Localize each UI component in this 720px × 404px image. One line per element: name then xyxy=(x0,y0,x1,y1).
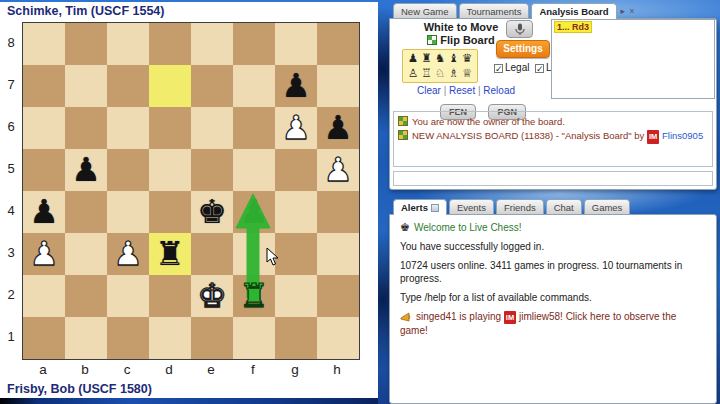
square-a1[interactable] xyxy=(23,317,65,359)
black-rook[interactable]: ♜ xyxy=(149,233,191,275)
white-player-name: Frisby, Bob (USCF 1580) xyxy=(7,382,152,396)
file-labels: abcdefgh xyxy=(22,361,360,379)
square-e3[interactable] xyxy=(191,233,233,275)
link-separator: | xyxy=(444,85,447,96)
command-input[interactable] xyxy=(393,171,713,186)
square-e2[interactable]: ♚ xyxy=(191,275,233,317)
square-h7[interactable] xyxy=(317,65,359,107)
square-h8[interactable] xyxy=(317,23,359,65)
reload-link[interactable]: Reload xyxy=(483,85,515,96)
rank-label-3: 3 xyxy=(2,232,20,274)
move-entry[interactable]: 1... Rd3 xyxy=(554,21,592,33)
rank-label-1: 1 xyxy=(2,316,20,358)
square-h3[interactable] xyxy=(317,233,359,275)
tab-friends[interactable]: Friends xyxy=(496,199,544,214)
analysis-board-window: New Game Tournaments Analysis Board ▸ × … xyxy=(389,2,717,190)
square-f7[interactable] xyxy=(233,65,275,107)
square-d7[interactable] xyxy=(149,65,191,107)
rank-label-7: 7 xyxy=(2,64,20,106)
flip-board-icon xyxy=(427,35,437,45)
login-message: You have successfully logged in. xyxy=(400,240,706,253)
square-a5[interactable] xyxy=(23,149,65,191)
palette-black-row: ♟♜♞♝♛ xyxy=(406,51,474,66)
square-b8[interactable] xyxy=(65,23,107,65)
im-title-badge: IM xyxy=(504,311,516,324)
square-b3[interactable] xyxy=(65,233,107,275)
square-a7[interactable] xyxy=(23,65,65,107)
reset-link[interactable]: Reset xyxy=(449,85,475,96)
white-pawn[interactable]: ♟ xyxy=(317,149,359,191)
white-rook[interactable]: ♜ xyxy=(233,275,275,317)
legal-checkbox[interactable]: ✓ xyxy=(494,64,503,73)
square-c3[interactable]: ♟ xyxy=(107,233,149,275)
microphone-icon xyxy=(515,23,525,36)
piece-palette: ♟♜♞♝♛ ♙♖♘♗♕ xyxy=(402,49,478,83)
square-g5[interactable] xyxy=(275,149,317,191)
help-message: Type /help for a list of available comma… xyxy=(400,291,706,304)
square-h5[interactable]: ♟ xyxy=(317,149,359,191)
tab-chat[interactable]: Chat xyxy=(546,199,582,214)
rank-label-8: 8 xyxy=(2,22,20,64)
square-f5[interactable] xyxy=(233,149,275,191)
taskbar-strip xyxy=(0,398,378,404)
rank-label-6: 6 xyxy=(2,106,20,148)
black-pawn[interactable]: ♟ xyxy=(317,107,359,149)
move-list[interactable]: 1... Rd3 xyxy=(551,19,715,99)
white-pawn[interactable]: ♟ xyxy=(107,233,149,275)
palette-black-piece-2[interactable]: ♞ xyxy=(433,51,447,66)
square-c5[interactable] xyxy=(107,149,149,191)
square-g4[interactable] xyxy=(275,191,317,233)
palette-black-piece-4[interactable]: ♛ xyxy=(460,51,474,66)
file-label-c: c xyxy=(106,361,148,379)
palette-white-piece-3[interactable]: ♗ xyxy=(447,66,461,81)
square-d2[interactable] xyxy=(149,275,191,317)
square-f4[interactable]: ♟ xyxy=(233,191,275,233)
square-f2[interactable]: ♜ xyxy=(233,275,275,317)
rank-labels: 87654321 xyxy=(2,22,20,360)
square-a4[interactable]: ♟ xyxy=(23,191,65,233)
square-b7[interactable] xyxy=(65,65,107,107)
white-king[interactable]: ♚ xyxy=(191,275,233,317)
file-label-e: e xyxy=(190,361,232,379)
file-label-d: d xyxy=(148,361,190,379)
new-board-message: NEW ANALYSIS BOARD (11838) - "Analysis B… xyxy=(398,129,708,144)
square-h6[interactable]: ♟ xyxy=(317,107,359,149)
black-pawn[interactable]: ♟ xyxy=(65,149,107,191)
square-f1[interactable] xyxy=(233,317,275,359)
square-g7[interactable]: ♟ xyxy=(275,65,317,107)
tab-close-icon[interactable]: × xyxy=(629,6,634,16)
rank-label-2: 2 xyxy=(2,274,20,316)
square-c6[interactable] xyxy=(107,107,149,149)
square-e1[interactable] xyxy=(191,317,233,359)
square-d8[interactable] xyxy=(149,23,191,65)
square-d5[interactable] xyxy=(149,149,191,191)
square-d6[interactable] xyxy=(149,107,191,149)
analysis-tab-bar: New Game Tournaments Analysis Board ▸ × xyxy=(389,2,717,18)
black-player-name: Schimke, Tim (USCF 1554) xyxy=(7,4,164,18)
tab-tournaments[interactable]: Tournaments xyxy=(459,3,530,18)
file-label-g: g xyxy=(274,361,316,379)
welcome-message: ♚Welcome to Live Chess! xyxy=(400,221,706,234)
palette-white-piece-4[interactable]: ♕ xyxy=(460,66,474,81)
alerts-tab-bar: Alerts Events Friends Chat Games xyxy=(389,198,717,214)
clear-link[interactable]: Clear xyxy=(417,85,441,96)
tab-alerts[interactable]: Alerts xyxy=(393,199,447,215)
white-pawn[interactable]: ♟ xyxy=(23,233,65,275)
square-b6[interactable] xyxy=(65,107,107,149)
system-messages: You are now the owner of the board. NEW … xyxy=(393,111,713,167)
live-checkbox[interactable]: ✓ xyxy=(535,64,544,73)
square-f3[interactable] xyxy=(233,233,275,275)
square-e4[interactable]: ♚ xyxy=(191,191,233,233)
megaphone-icon xyxy=(400,310,413,322)
square-d3[interactable]: ♜ xyxy=(149,233,191,275)
microphone-button[interactable] xyxy=(506,20,533,38)
square-g1[interactable] xyxy=(275,317,317,359)
file-label-h: h xyxy=(316,361,358,379)
board-action-links: Clear | Reset | Reload xyxy=(396,85,536,96)
square-e6[interactable] xyxy=(191,107,233,149)
square-e7[interactable] xyxy=(191,65,233,107)
alerts-window: Alerts Events Friends Chat Games ♚Welcom… xyxy=(389,198,717,404)
square-a2[interactable] xyxy=(23,275,65,317)
square-d4[interactable] xyxy=(149,191,191,233)
square-c7[interactable] xyxy=(107,65,149,107)
rank-label-5: 5 xyxy=(2,148,20,190)
stats-message: 10724 users online. 3411 games in progre… xyxy=(400,259,706,285)
screen: Schimke, Tim (USCF 1554) 87654321 ♟♟♟♟♟♟… xyxy=(0,0,720,404)
board-icon xyxy=(398,130,408,140)
im-title-badge: IM xyxy=(647,130,659,144)
owner-username-link[interactable]: Flins0905 xyxy=(662,130,703,141)
square-c1[interactable] xyxy=(107,317,149,359)
analysis-panel: White to Move Flip Board ♟♜♞♝♛ ♙♖♘♗♕ Set… xyxy=(389,18,717,190)
file-label-b: b xyxy=(64,361,106,379)
palette-black-piece-0[interactable]: ♟ xyxy=(406,51,420,66)
black-pawn[interactable]: ♟ xyxy=(275,65,317,107)
palette-black-piece-3[interactable]: ♝ xyxy=(447,51,461,66)
board-icon xyxy=(398,116,408,126)
square-g6[interactable]: ♟ xyxy=(275,107,317,149)
black-pawn[interactable]: ♟ xyxy=(233,191,275,233)
tab-analysis-board[interactable]: Analysis Board xyxy=(531,3,616,19)
square-g8[interactable] xyxy=(275,23,317,65)
square-h4[interactable] xyxy=(317,191,359,233)
palette-white-piece-0[interactable]: ♙ xyxy=(406,66,420,81)
square-c2[interactable] xyxy=(107,275,149,317)
alerts-panel: ♚Welcome to Live Chess! You have success… xyxy=(389,214,717,404)
chess-board[interactable]: ♟♟♟♟♟♟♚♟♟♟♜♚♜ xyxy=(22,22,360,360)
square-g3[interactable] xyxy=(275,233,317,275)
king-icon: ♚ xyxy=(400,221,410,234)
square-c4[interactable] xyxy=(107,191,149,233)
white-pawn[interactable]: ♟ xyxy=(275,107,317,149)
square-b1[interactable] xyxy=(65,317,107,359)
square-f8[interactable] xyxy=(233,23,275,65)
file-label-a: a xyxy=(22,361,64,379)
square-a8[interactable] xyxy=(23,23,65,65)
square-a3[interactable]: ♟ xyxy=(23,233,65,275)
square-b2[interactable] xyxy=(65,275,107,317)
palette-white-piece-1[interactable]: ♖ xyxy=(420,66,434,81)
square-f6[interactable] xyxy=(233,107,275,149)
black-pawn[interactable]: ♟ xyxy=(23,191,65,233)
settings-button[interactable]: Settings xyxy=(496,40,550,58)
black-king[interactable]: ♚ xyxy=(191,191,233,233)
palette-black-piece-1[interactable]: ♜ xyxy=(420,51,434,66)
file-label-f: f xyxy=(232,361,274,379)
square-c8[interactable] xyxy=(107,23,149,65)
game-board-window: Schimke, Tim (USCF 1554) 87654321 ♟♟♟♟♟♟… xyxy=(0,2,378,398)
owner-message: You are now the owner of the board. xyxy=(398,115,708,129)
square-e8[interactable] xyxy=(191,23,233,65)
square-b5[interactable]: ♟ xyxy=(65,149,107,191)
square-g2[interactable] xyxy=(275,275,317,317)
tab-games[interactable]: Games xyxy=(584,199,631,214)
square-b4[interactable] xyxy=(65,191,107,233)
flip-board-label: Flip Board xyxy=(440,34,494,46)
square-h1[interactable] xyxy=(317,317,359,359)
tab-new-game[interactable]: New Game xyxy=(393,3,457,18)
link-separator: | xyxy=(478,85,481,96)
square-e5[interactable] xyxy=(191,149,233,191)
observe-game-message[interactable]: singed41 is playing IM jimliew58! Click … xyxy=(400,310,706,337)
palette-white-row: ♙♖♘♗♕ xyxy=(406,66,474,81)
square-h2[interactable] xyxy=(317,275,359,317)
tab-events[interactable]: Events xyxy=(449,199,494,214)
legal-label: Legal xyxy=(505,62,529,73)
square-d1[interactable] xyxy=(149,317,191,359)
rank-label-4: 4 xyxy=(2,190,20,232)
tab-overflow-icon[interactable]: ▸ xyxy=(621,6,626,16)
square-a6[interactable] xyxy=(23,107,65,149)
alerts-tab-icon xyxy=(431,204,439,212)
palette-white-piece-2[interactable]: ♘ xyxy=(433,66,447,81)
